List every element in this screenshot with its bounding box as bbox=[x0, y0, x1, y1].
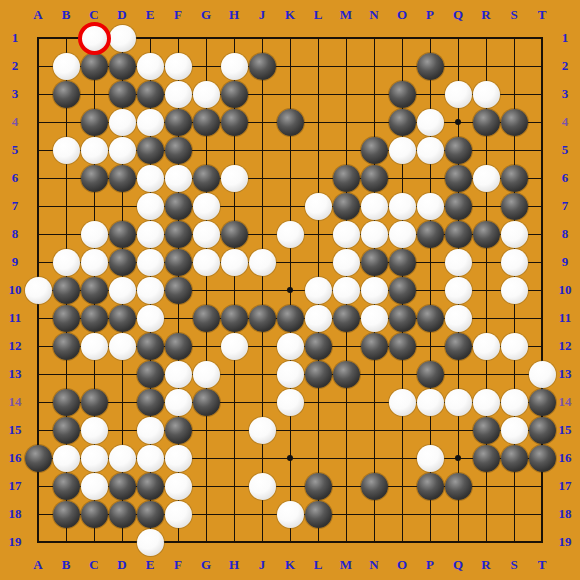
black-stone[interactable]: ● bbox=[389, 109, 416, 136]
row-label-left: 3 bbox=[2, 87, 28, 101]
white-stone[interactable]: ○ bbox=[389, 137, 416, 164]
black-stone[interactable]: ● bbox=[417, 53, 444, 80]
black-stone[interactable]: ● bbox=[109, 221, 136, 248]
black-stone[interactable]: ● bbox=[81, 109, 108, 136]
column-label-top: P bbox=[420, 8, 440, 22]
row-label-right: 8 bbox=[552, 227, 578, 241]
black-stone[interactable]: ● bbox=[473, 221, 500, 248]
black-stone[interactable]: ● bbox=[389, 81, 416, 108]
black-stone[interactable]: ● bbox=[53, 277, 80, 304]
black-stone[interactable]: ● bbox=[445, 473, 472, 500]
black-stone[interactable]: ● bbox=[193, 389, 220, 416]
white-stone[interactable]: ○ bbox=[193, 249, 220, 276]
black-stone[interactable]: ● bbox=[445, 137, 472, 164]
white-stone[interactable]: ○ bbox=[53, 445, 80, 472]
row-label-right: 10 bbox=[552, 283, 578, 297]
white-stone[interactable]: ○ bbox=[81, 417, 108, 444]
white-stone[interactable]: ○ bbox=[501, 389, 528, 416]
black-stone[interactable]: ● bbox=[109, 501, 136, 528]
white-stone[interactable]: ○ bbox=[81, 333, 108, 360]
column-label-top: B bbox=[56, 8, 76, 22]
white-stone[interactable]: ○ bbox=[501, 417, 528, 444]
white-stone[interactable]: ○ bbox=[389, 221, 416, 248]
black-stone[interactable]: ● bbox=[193, 305, 220, 332]
black-stone[interactable]: ● bbox=[53, 501, 80, 528]
column-label-top: S bbox=[504, 8, 524, 22]
column-label-bottom: J bbox=[252, 558, 272, 572]
black-stone[interactable]: ● bbox=[361, 137, 388, 164]
white-stone[interactable]: ○ bbox=[445, 277, 472, 304]
row-label-left: 12 bbox=[2, 339, 28, 353]
white-stone[interactable]: ○ bbox=[249, 249, 276, 276]
white-stone[interactable]: ○ bbox=[137, 165, 164, 192]
black-stone[interactable]: ● bbox=[53, 305, 80, 332]
black-stone[interactable]: ● bbox=[193, 109, 220, 136]
white-stone[interactable]: ○ bbox=[137, 277, 164, 304]
column-label-top: C bbox=[84, 8, 104, 22]
row-label-right: 5 bbox=[552, 143, 578, 157]
black-stone[interactable]: ● bbox=[361, 249, 388, 276]
black-stone[interactable]: ● bbox=[109, 53, 136, 80]
white-stone[interactable]: ○ bbox=[473, 81, 500, 108]
black-stone[interactable]: ● bbox=[501, 109, 528, 136]
black-stone[interactable]: ● bbox=[221, 81, 248, 108]
white-stone[interactable]: ○ bbox=[193, 221, 220, 248]
white-stone[interactable]: ○ bbox=[25, 277, 52, 304]
column-label-top: A bbox=[28, 8, 48, 22]
black-stone[interactable]: ● bbox=[333, 305, 360, 332]
column-label-top: J bbox=[252, 8, 272, 22]
black-stone[interactable]: ● bbox=[81, 389, 108, 416]
white-stone[interactable]: ○ bbox=[529, 361, 556, 388]
white-stone[interactable]: ○ bbox=[81, 221, 108, 248]
black-stone[interactable]: ● bbox=[389, 249, 416, 276]
row-label-left: 8 bbox=[2, 227, 28, 241]
row-label-left: 19 bbox=[2, 535, 28, 549]
white-stone[interactable]: ○ bbox=[109, 109, 136, 136]
black-stone[interactable]: ● bbox=[165, 193, 192, 220]
black-stone[interactable]: ● bbox=[81, 165, 108, 192]
black-stone[interactable]: ● bbox=[221, 305, 248, 332]
black-stone[interactable]: ● bbox=[165, 417, 192, 444]
row-label-right: 2 bbox=[552, 59, 578, 73]
black-stone[interactable]: ● bbox=[529, 389, 556, 416]
black-stone[interactable]: ● bbox=[417, 221, 444, 248]
white-stone[interactable]: ○ bbox=[165, 165, 192, 192]
black-stone[interactable]: ● bbox=[445, 333, 472, 360]
white-stone[interactable]: ○ bbox=[445, 305, 472, 332]
row-label-right: 16 bbox=[552, 451, 578, 465]
star-point bbox=[455, 119, 461, 125]
column-label-top: Q bbox=[448, 8, 468, 22]
row-label-right: 19 bbox=[552, 535, 578, 549]
column-label-bottom: B bbox=[56, 558, 76, 572]
white-stone[interactable]: ○ bbox=[165, 361, 192, 388]
white-stone[interactable]: ○ bbox=[473, 389, 500, 416]
white-stone[interactable]: ○ bbox=[305, 305, 332, 332]
black-stone[interactable]: ● bbox=[81, 53, 108, 80]
white-stone[interactable]: ○ bbox=[333, 249, 360, 276]
white-stone[interactable]: ○ bbox=[165, 53, 192, 80]
white-stone[interactable]: ○ bbox=[137, 249, 164, 276]
white-stone[interactable]: ○ bbox=[81, 473, 108, 500]
white-stone[interactable]: ○ bbox=[221, 165, 248, 192]
black-stone[interactable]: ● bbox=[137, 473, 164, 500]
black-stone[interactable]: ● bbox=[109, 165, 136, 192]
white-stone[interactable]: ○ bbox=[361, 193, 388, 220]
white-stone[interactable]: ○ bbox=[417, 193, 444, 220]
row-label-left: 17 bbox=[2, 479, 28, 493]
white-stone[interactable]: ○ bbox=[389, 389, 416, 416]
white-stone[interactable]: ○ bbox=[305, 193, 332, 220]
row-label-right: 1 bbox=[552, 31, 578, 45]
row-label-right: 17 bbox=[552, 479, 578, 493]
black-stone[interactable]: ● bbox=[53, 81, 80, 108]
column-label-top: E bbox=[140, 8, 160, 22]
black-stone[interactable]: ● bbox=[53, 417, 80, 444]
black-stone[interactable]: ● bbox=[165, 249, 192, 276]
black-stone[interactable]: ● bbox=[165, 277, 192, 304]
black-stone[interactable]: ● bbox=[109, 81, 136, 108]
white-stone[interactable]: ○ bbox=[137, 417, 164, 444]
white-stone[interactable]: ○ bbox=[137, 445, 164, 472]
row-label-left: 5 bbox=[2, 143, 28, 157]
white-stone[interactable]: ○ bbox=[417, 389, 444, 416]
white-stone[interactable]: ○ bbox=[249, 473, 276, 500]
white-stone[interactable]: ○ bbox=[249, 417, 276, 444]
row-label-right: 18 bbox=[552, 507, 578, 521]
black-stone[interactable]: ● bbox=[473, 417, 500, 444]
black-stone[interactable]: ● bbox=[417, 305, 444, 332]
column-label-top: N bbox=[364, 8, 384, 22]
white-stone[interactable]: ○ bbox=[53, 249, 80, 276]
white-stone[interactable]: ○ bbox=[417, 445, 444, 472]
white-stone[interactable]: ○ bbox=[81, 445, 108, 472]
row-label-left: 7 bbox=[2, 199, 28, 213]
white-stone[interactable]: ○ bbox=[193, 81, 220, 108]
black-stone[interactable]: ● bbox=[389, 305, 416, 332]
black-stone[interactable]: ● bbox=[53, 473, 80, 500]
white-stone[interactable]: ○ bbox=[417, 137, 444, 164]
white-stone[interactable]: ○ bbox=[165, 389, 192, 416]
white-stone[interactable]: ○ bbox=[277, 361, 304, 388]
column-label-bottom: T bbox=[532, 558, 552, 572]
row-label-left: 2 bbox=[2, 59, 28, 73]
column-label-bottom: P bbox=[420, 558, 440, 572]
row-label-right: 12 bbox=[552, 339, 578, 353]
black-stone[interactable]: ● bbox=[417, 361, 444, 388]
white-stone[interactable]: ○ bbox=[277, 221, 304, 248]
white-stone[interactable]: ○ bbox=[109, 333, 136, 360]
column-label-bottom: A bbox=[28, 558, 48, 572]
black-stone[interactable]: ● bbox=[81, 305, 108, 332]
black-stone[interactable]: ● bbox=[305, 501, 332, 528]
black-stone[interactable]: ● bbox=[277, 305, 304, 332]
white-stone[interactable]: ○ bbox=[81, 137, 108, 164]
column-label-bottom: R bbox=[476, 558, 496, 572]
black-stone[interactable]: ● bbox=[361, 165, 388, 192]
white-stone[interactable]: ○ bbox=[137, 193, 164, 220]
white-stone[interactable]: ○ bbox=[445, 249, 472, 276]
black-stone[interactable]: ● bbox=[417, 473, 444, 500]
white-stone[interactable]: ○ bbox=[221, 333, 248, 360]
white-stone[interactable]: ○ bbox=[501, 221, 528, 248]
black-stone[interactable]: ● bbox=[445, 221, 472, 248]
column-label-bottom: Q bbox=[448, 558, 468, 572]
column-label-top: M bbox=[336, 8, 356, 22]
black-stone[interactable]: ● bbox=[473, 109, 500, 136]
go-board[interactable]: AABBCCDDEEFFGGHHJJKKLLMMNNOOPPQQRRSSTT11… bbox=[0, 0, 580, 580]
black-stone[interactable]: ● bbox=[165, 137, 192, 164]
row-label-left: 6 bbox=[2, 171, 28, 185]
column-label-bottom: M bbox=[336, 558, 356, 572]
white-stone[interactable]: ○ bbox=[109, 137, 136, 164]
row-label-right: 4 bbox=[552, 115, 578, 129]
white-stone[interactable]: ○ bbox=[137, 305, 164, 332]
black-stone[interactable]: ● bbox=[529, 417, 556, 444]
row-label-left: 4 bbox=[2, 115, 28, 129]
black-stone[interactable]: ● bbox=[445, 165, 472, 192]
column-label-bottom: N bbox=[364, 558, 384, 572]
white-stone[interactable]: ○ bbox=[53, 137, 80, 164]
row-label-right: 7 bbox=[552, 199, 578, 213]
black-stone[interactable]: ● bbox=[333, 361, 360, 388]
column-label-bottom: L bbox=[308, 558, 328, 572]
black-stone[interactable]: ● bbox=[445, 193, 472, 220]
white-stone[interactable]: ○ bbox=[305, 277, 332, 304]
row-label-right: 13 bbox=[552, 367, 578, 381]
black-stone[interactable]: ● bbox=[389, 277, 416, 304]
last-move-marker-icon bbox=[78, 22, 111, 55]
column-label-top: R bbox=[476, 8, 496, 22]
black-stone[interactable]: ● bbox=[221, 109, 248, 136]
row-label-left: 18 bbox=[2, 507, 28, 521]
star-point bbox=[287, 287, 293, 293]
white-stone[interactable]: ○ bbox=[193, 193, 220, 220]
white-stone[interactable]: ○ bbox=[109, 277, 136, 304]
grid-line-horizontal bbox=[37, 430, 543, 431]
white-stone[interactable]: ○ bbox=[165, 81, 192, 108]
black-stone[interactable]: ● bbox=[137, 137, 164, 164]
black-stone[interactable]: ● bbox=[361, 473, 388, 500]
black-stone[interactable]: ● bbox=[137, 333, 164, 360]
column-label-bottom: C bbox=[84, 558, 104, 572]
black-stone[interactable]: ● bbox=[305, 473, 332, 500]
column-label-bottom: K bbox=[280, 558, 300, 572]
black-stone[interactable]: ● bbox=[109, 249, 136, 276]
black-stone[interactable]: ● bbox=[529, 445, 556, 472]
row-label-left: 1 bbox=[2, 31, 28, 45]
white-stone[interactable]: ○ bbox=[109, 25, 136, 52]
black-stone[interactable]: ● bbox=[137, 81, 164, 108]
white-stone[interactable]: ○ bbox=[473, 333, 500, 360]
white-stone[interactable]: ○ bbox=[53, 53, 80, 80]
black-stone[interactable]: ● bbox=[109, 473, 136, 500]
white-stone[interactable]: ○ bbox=[389, 193, 416, 220]
row-label-left: 15 bbox=[2, 423, 28, 437]
white-stone[interactable]: ○ bbox=[277, 333, 304, 360]
white-stone[interactable]: ○ bbox=[501, 277, 528, 304]
column-label-bottom: D bbox=[112, 558, 132, 572]
white-stone[interactable]: ○ bbox=[165, 501, 192, 528]
black-stone[interactable]: ● bbox=[109, 305, 136, 332]
row-label-right: 9 bbox=[552, 255, 578, 269]
black-stone[interactable]: ● bbox=[53, 389, 80, 416]
row-label-left: 14 bbox=[2, 395, 28, 409]
column-label-top: K bbox=[280, 8, 300, 22]
black-stone[interactable]: ● bbox=[137, 361, 164, 388]
column-label-top: D bbox=[112, 8, 132, 22]
white-stone[interactable]: ○ bbox=[361, 305, 388, 332]
black-stone[interactable]: ● bbox=[249, 305, 276, 332]
black-stone[interactable]: ● bbox=[137, 501, 164, 528]
column-label-bottom: S bbox=[504, 558, 524, 572]
white-stone[interactable]: ○ bbox=[193, 361, 220, 388]
column-label-top: T bbox=[532, 8, 552, 22]
column-label-top: H bbox=[224, 8, 244, 22]
white-stone[interactable]: ○ bbox=[473, 165, 500, 192]
black-stone[interactable]: ● bbox=[165, 109, 192, 136]
black-stone[interactable]: ● bbox=[81, 501, 108, 528]
black-stone[interactable]: ● bbox=[501, 445, 528, 472]
white-stone[interactable]: ○ bbox=[165, 445, 192, 472]
white-stone[interactable]: ○ bbox=[109, 445, 136, 472]
row-label-left: 9 bbox=[2, 255, 28, 269]
grid-line-horizontal bbox=[37, 541, 543, 543]
row-label-right: 6 bbox=[552, 171, 578, 185]
black-stone[interactable]: ● bbox=[501, 165, 528, 192]
white-stone[interactable]: ○ bbox=[81, 249, 108, 276]
white-stone[interactable]: ○ bbox=[501, 333, 528, 360]
black-stone[interactable]: ● bbox=[193, 165, 220, 192]
white-stone[interactable]: ○ bbox=[445, 389, 472, 416]
black-stone[interactable]: ● bbox=[25, 445, 52, 472]
black-stone[interactable]: ● bbox=[501, 193, 528, 220]
black-stone[interactable]: ● bbox=[333, 193, 360, 220]
row-label-right: 14 bbox=[552, 395, 578, 409]
column-label-bottom: H bbox=[224, 558, 244, 572]
white-stone[interactable]: ○ bbox=[221, 53, 248, 80]
column-label-bottom: G bbox=[196, 558, 216, 572]
white-stone[interactable]: ○ bbox=[417, 109, 444, 136]
white-stone[interactable]: ○ bbox=[361, 221, 388, 248]
white-stone[interactable]: ○ bbox=[277, 501, 304, 528]
row-label-right: 11 bbox=[552, 311, 578, 325]
black-stone[interactable]: ● bbox=[473, 445, 500, 472]
white-stone[interactable]: ○ bbox=[445, 81, 472, 108]
black-stone[interactable]: ● bbox=[249, 53, 276, 80]
black-stone[interactable]: ● bbox=[389, 333, 416, 360]
column-label-top: O bbox=[392, 8, 412, 22]
black-stone[interactable]: ● bbox=[361, 333, 388, 360]
column-label-top: L bbox=[308, 8, 328, 22]
white-stone[interactable]: ○ bbox=[137, 221, 164, 248]
white-stone[interactable]: ○ bbox=[361, 277, 388, 304]
row-label-left: 11 bbox=[2, 311, 28, 325]
column-label-bottom: F bbox=[168, 558, 188, 572]
white-stone[interactable]: ○ bbox=[277, 389, 304, 416]
column-label-top: F bbox=[168, 8, 188, 22]
white-stone[interactable]: ○ bbox=[501, 249, 528, 276]
white-stone[interactable]: ○ bbox=[137, 529, 164, 556]
black-stone[interactable]: ● bbox=[53, 333, 80, 360]
column-label-bottom: E bbox=[140, 558, 160, 572]
white-stone[interactable]: ○ bbox=[333, 277, 360, 304]
star-point bbox=[287, 455, 293, 461]
white-stone[interactable]: ○ bbox=[165, 473, 192, 500]
black-stone[interactable]: ● bbox=[277, 109, 304, 136]
row-label-left: 13 bbox=[2, 367, 28, 381]
black-stone[interactable]: ● bbox=[221, 221, 248, 248]
black-stone[interactable]: ● bbox=[165, 221, 192, 248]
black-stone[interactable]: ● bbox=[165, 333, 192, 360]
white-stone[interactable]: ○ bbox=[137, 53, 164, 80]
row-label-right: 3 bbox=[552, 87, 578, 101]
black-stone[interactable]: ● bbox=[333, 165, 360, 192]
black-stone[interactable]: ● bbox=[305, 333, 332, 360]
black-stone[interactable]: ● bbox=[137, 389, 164, 416]
black-stone[interactable]: ● bbox=[305, 361, 332, 388]
row-label-right: 15 bbox=[552, 423, 578, 437]
column-label-bottom: O bbox=[392, 558, 412, 572]
black-stone[interactable]: ● bbox=[81, 277, 108, 304]
white-stone[interactable]: ○ bbox=[333, 221, 360, 248]
column-label-top: G bbox=[196, 8, 216, 22]
white-stone[interactable]: ○ bbox=[137, 109, 164, 136]
star-point bbox=[455, 455, 461, 461]
white-stone[interactable]: ○ bbox=[221, 249, 248, 276]
